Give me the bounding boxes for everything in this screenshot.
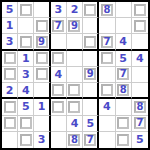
cell-r4c3 xyxy=(34,51,50,67)
cell-input-filled[interactable]: 9 xyxy=(68,20,80,32)
cell-input-empty[interactable] xyxy=(52,84,64,96)
given-digit: 2 xyxy=(71,4,79,15)
cell-input-empty[interactable] xyxy=(36,68,48,80)
cell-r9c5: 8 xyxy=(67,132,83,148)
cell-input-filled[interactable]: 9 xyxy=(84,68,96,80)
cell-r4c2: 1 xyxy=(18,51,34,67)
cell-r2c8 xyxy=(116,18,132,34)
cell-input-empty[interactable] xyxy=(52,101,64,113)
cell-r5c3 xyxy=(34,67,50,83)
cell-input-filled[interactable]: 8 xyxy=(134,101,146,113)
cell-r4c6 xyxy=(83,51,99,67)
cell-r9c3: 3 xyxy=(34,132,50,148)
given-digit: 4 xyxy=(103,101,111,112)
cell-r6c7 xyxy=(99,83,115,99)
cell-r2c1: 1 xyxy=(2,18,18,34)
given-digit: 3 xyxy=(22,69,30,80)
cell-r6c5 xyxy=(67,83,83,99)
cell-r5c9 xyxy=(132,67,148,83)
cell-r9c9: 5 xyxy=(132,132,148,148)
cell-input-empty[interactable] xyxy=(117,117,129,129)
cell-r7c8 xyxy=(116,99,132,115)
cell-input-empty[interactable] xyxy=(134,4,146,16)
cell-input-empty[interactable] xyxy=(20,134,32,146)
cell-r2c4: 7 xyxy=(51,18,67,34)
cell-r4c7 xyxy=(99,51,115,67)
cell-r3c6 xyxy=(83,34,99,50)
cell-r4c8: 5 xyxy=(116,51,132,67)
cell-input-filled[interactable]: 8 xyxy=(68,134,80,146)
cell-r7c2: 5 xyxy=(18,99,34,115)
cell-r1c9 xyxy=(132,2,148,18)
given-digit: 4 xyxy=(136,53,144,64)
cell-input-empty[interactable] xyxy=(134,20,146,32)
cell-input-filled[interactable]: 7 xyxy=(52,20,64,32)
cell-r7c9: 8 xyxy=(132,99,148,115)
cell-r8c1 xyxy=(2,116,18,132)
cell-r6c3 xyxy=(34,83,50,99)
cell-input-empty[interactable] xyxy=(4,117,16,129)
cell-r9c1 xyxy=(2,132,18,148)
cell-r5c7 xyxy=(99,67,115,83)
cell-r7c4 xyxy=(51,99,67,115)
cell-r8c7 xyxy=(99,116,115,132)
cell-input-empty[interactable] xyxy=(68,84,80,96)
cell-input-filled[interactable]: 7 xyxy=(101,36,113,48)
cell-r3c8: 4 xyxy=(116,34,132,50)
cell-input-empty[interactable] xyxy=(36,20,48,32)
cell-input-empty[interactable] xyxy=(84,4,96,16)
cell-r3c2 xyxy=(18,34,34,50)
given-digit: 1 xyxy=(6,20,14,31)
cell-r7c1 xyxy=(2,99,18,115)
cell-input-empty[interactable] xyxy=(101,52,113,64)
cell-input-empty[interactable] xyxy=(36,52,48,64)
given-digit: 3 xyxy=(38,134,46,145)
cell-r9c8 xyxy=(116,132,132,148)
cell-r6c2: 4 xyxy=(18,83,34,99)
given-digit: 4 xyxy=(54,69,62,80)
cell-r2c7 xyxy=(99,18,115,34)
cell-r8c6: 5 xyxy=(83,116,99,132)
cell-r1c6 xyxy=(83,2,99,18)
cell-r6c1: 2 xyxy=(2,83,18,99)
cell-input-empty[interactable] xyxy=(4,101,16,113)
given-digit: 1 xyxy=(38,101,46,112)
cell-r8c3 xyxy=(34,116,50,132)
given-digit: 4 xyxy=(119,36,127,47)
cell-r6c4 xyxy=(51,83,67,99)
cell-input-empty[interactable] xyxy=(4,52,16,64)
cell-r7c6 xyxy=(83,99,99,115)
cell-r1c2 xyxy=(18,2,34,18)
cell-r5c4: 4 xyxy=(51,67,67,83)
cell-r4c4 xyxy=(51,51,67,67)
given-digit: 4 xyxy=(22,85,30,96)
cell-input-empty[interactable] xyxy=(52,52,64,64)
given-digit: 5 xyxy=(119,53,127,64)
cell-r3c5 xyxy=(67,34,83,50)
cell-input-empty[interactable] xyxy=(101,84,113,96)
cell-input-filled[interactable]: 7 xyxy=(117,68,129,80)
cell-r7c3: 1 xyxy=(34,99,50,115)
cell-r8c9: 7 xyxy=(132,116,148,132)
sudoku-board: 53281793974154349724851484573875 xyxy=(0,0,150,150)
cell-r9c4 xyxy=(51,132,67,148)
cell-r1c4: 3 xyxy=(51,2,67,18)
cell-r1c3 xyxy=(34,2,50,18)
cell-r2c5: 9 xyxy=(67,18,83,34)
given-digit: 2 xyxy=(6,85,14,96)
cell-input-empty[interactable] xyxy=(117,134,129,146)
cell-r1c7: 8 xyxy=(99,2,115,18)
cell-r1c1: 5 xyxy=(2,2,18,18)
cell-r4c9: 4 xyxy=(132,51,148,67)
cell-r3c1: 3 xyxy=(2,34,18,50)
given-digit: 5 xyxy=(6,4,14,15)
cell-r2c9 xyxy=(132,18,148,34)
cell-input-filled[interactable]: 7 xyxy=(84,134,96,146)
cell-r4c5 xyxy=(67,51,83,67)
given-digit: 3 xyxy=(6,36,14,47)
cell-input-empty[interactable] xyxy=(20,36,32,48)
cell-input-filled[interactable]: 8 xyxy=(101,4,113,16)
given-digit: 1 xyxy=(22,53,30,64)
given-digit: 5 xyxy=(22,101,30,112)
cell-r6c8: 8 xyxy=(116,83,132,99)
cell-r7c7: 4 xyxy=(99,99,115,115)
cell-r5c5 xyxy=(67,67,83,83)
cell-r4c1 xyxy=(2,51,18,67)
cell-r8c2 xyxy=(18,116,34,132)
cell-input-empty[interactable] xyxy=(4,68,16,80)
cell-r5c1 xyxy=(2,67,18,83)
cell-input-filled[interactable]: 7 xyxy=(134,117,146,129)
given-digit: 5 xyxy=(136,134,144,145)
cell-input-filled[interactable]: 8 xyxy=(117,84,129,96)
cell-input-empty[interactable] xyxy=(20,117,32,129)
cell-input-empty[interactable] xyxy=(84,36,96,48)
cell-r8c5: 4 xyxy=(67,116,83,132)
given-digit: 3 xyxy=(54,4,62,15)
cell-r1c5: 2 xyxy=(67,2,83,18)
cell-r5c2: 3 xyxy=(18,67,34,83)
cell-r7c5 xyxy=(67,99,83,115)
cell-input-empty[interactable] xyxy=(20,4,32,16)
cell-r2c2 xyxy=(18,18,34,34)
cell-r9c7 xyxy=(99,132,115,148)
cell-r5c6: 9 xyxy=(83,67,99,83)
cell-r8c4 xyxy=(51,116,67,132)
given-digit: 5 xyxy=(86,118,94,129)
cell-r3c4 xyxy=(51,34,67,50)
cell-input-filled[interactable]: 9 xyxy=(36,36,48,48)
cell-r3c9 xyxy=(132,34,148,50)
cell-r3c7: 7 xyxy=(99,34,115,50)
cell-r2c3 xyxy=(34,18,50,34)
cell-r9c6: 7 xyxy=(83,132,99,148)
given-digit: 4 xyxy=(71,118,79,129)
cell-r3c3: 9 xyxy=(34,34,50,50)
cell-r6c9 xyxy=(132,83,148,99)
cell-r5c8: 7 xyxy=(116,67,132,83)
cell-r9c2 xyxy=(18,132,34,148)
cell-r6c6 xyxy=(83,83,99,99)
cell-r1c8 xyxy=(116,2,132,18)
cell-r2c6 xyxy=(83,18,99,34)
cell-r8c8 xyxy=(116,116,132,132)
cell-input-empty[interactable] xyxy=(68,101,80,113)
